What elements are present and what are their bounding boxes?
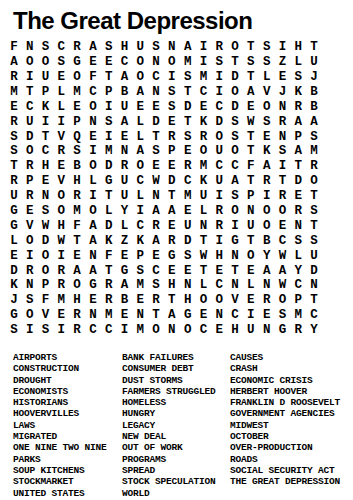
grid-cell: I	[117, 323, 133, 338]
grid-cell: F	[38, 293, 54, 308]
grid-cell: E	[117, 129, 133, 144]
grid-cell: E	[69, 100, 85, 115]
grid-cell: W	[243, 114, 259, 129]
word-list-item: PROGRAMS	[122, 454, 230, 465]
grid-cell: I	[101, 100, 117, 115]
grid-cell: P	[69, 114, 85, 129]
grid-cell: E	[164, 219, 180, 234]
grid-cell: M	[180, 189, 196, 204]
grid-cell: N	[259, 323, 275, 338]
word-list-item: NEW DEAL	[122, 431, 230, 442]
grid-cell: D	[148, 114, 164, 129]
grid-cell: L	[53, 85, 69, 100]
grid-cell: R	[101, 293, 117, 308]
grid-cell: T	[101, 189, 117, 204]
grid-cell: S	[243, 55, 259, 70]
grid-cell: H	[290, 40, 306, 55]
grid-cell: I	[85, 189, 101, 204]
grid-cell: M	[290, 308, 306, 323]
grid-cell: E	[243, 100, 259, 115]
grid-cell: O	[259, 219, 275, 234]
word-list-item: MIDWEST	[230, 420, 340, 431]
grid-cell: D	[6, 263, 22, 278]
grid-cell: E	[290, 189, 306, 204]
grid-cell: T	[243, 40, 259, 55]
grid-cell: S	[275, 144, 291, 159]
grid-cell: N	[22, 278, 38, 293]
grid-cell: O	[38, 248, 54, 263]
word-list-item: HUNGRY	[122, 408, 230, 419]
grid-cell: H	[69, 174, 85, 189]
grid-cell: R	[22, 159, 38, 174]
grid-cell: Z	[275, 55, 291, 70]
grid-cell: G	[227, 234, 243, 249]
grid-cell: D	[22, 129, 38, 144]
grid-cell: L	[259, 70, 275, 85]
grid-cell: I	[259, 189, 275, 204]
grid-cell: E	[53, 70, 69, 85]
grid-cell: U	[117, 189, 133, 204]
grid-cell: I	[211, 234, 227, 249]
grid-cell: I	[53, 248, 69, 263]
grid-cell: R	[164, 234, 180, 249]
grid-cell: T	[227, 55, 243, 70]
grid-cell: N	[85, 248, 101, 263]
grid-cell: D	[227, 100, 243, 115]
grid-cell: S	[306, 234, 322, 249]
grid-cell: T	[101, 263, 117, 278]
word-list-item: FARMERS STRUGGLED	[122, 386, 230, 397]
grid-cell: D	[101, 159, 117, 174]
grid-cell: V	[259, 85, 275, 100]
grid-cell: T	[22, 85, 38, 100]
grid-cell: L	[290, 248, 306, 263]
grid-cell: J	[306, 70, 322, 85]
grid-cell: R	[69, 189, 85, 204]
grid-cell: B	[306, 100, 322, 115]
word-list-item: SOUP KITCHENS	[13, 465, 122, 476]
grid-cell: U	[211, 144, 227, 159]
grid-cell: T	[275, 174, 291, 189]
grid-cell: U	[22, 114, 38, 129]
grid-cell: M	[180, 55, 196, 70]
grid-cell: S	[227, 189, 243, 204]
grid-cell: O	[38, 55, 54, 70]
grid-cell: O	[243, 248, 259, 263]
grid-cell: L	[6, 234, 22, 249]
grid-cell: N	[164, 323, 180, 338]
grid-cell: A	[85, 234, 101, 249]
grid-cell: N	[243, 204, 259, 219]
grid-cell: C	[306, 308, 322, 323]
grid-cell: E	[22, 204, 38, 219]
grid-cell: K	[101, 234, 117, 249]
grid-cell: M	[196, 70, 212, 85]
grid-cell: R	[69, 308, 85, 323]
word-list-item: STOCK SPECULATION	[122, 476, 230, 487]
grid-cell: F	[69, 219, 85, 234]
word-list-item: LEGACY	[122, 420, 230, 431]
grid-cell: B	[117, 293, 133, 308]
grid-cell: R	[53, 263, 69, 278]
grid-cell: M	[101, 144, 117, 159]
grid-cell: Q	[69, 129, 85, 144]
grid-cell: I	[275, 159, 291, 174]
word-list-item: LAWS	[13, 420, 122, 431]
grid-cell: G	[101, 174, 117, 189]
grid-cell: O	[196, 293, 212, 308]
grid-cell: A	[306, 114, 322, 129]
word-list-item: OVER-PRODUCTION	[230, 442, 340, 453]
grid-cell: T	[148, 129, 164, 144]
grid-cell: T	[243, 70, 259, 85]
grid-cell: E	[101, 55, 117, 70]
grid-cell: E	[164, 114, 180, 129]
grid-cell: I	[22, 323, 38, 338]
grid-cell: C	[22, 100, 38, 115]
grid-cell: R	[101, 278, 117, 293]
grid-cell: O	[306, 174, 322, 189]
grid-cell: R	[148, 219, 164, 234]
grid-cell: S	[148, 278, 164, 293]
grid-cell: T	[164, 293, 180, 308]
grid-cell: G	[6, 219, 22, 234]
grid-cell: E	[243, 293, 259, 308]
grid-cell: C	[180, 174, 196, 189]
word-list-item: BANK FAILURES	[122, 352, 230, 363]
grid-cell: I	[101, 129, 117, 144]
grid-cell: N	[164, 40, 180, 55]
grid-cell: C	[85, 323, 101, 338]
grid-cell: F	[6, 40, 22, 55]
word-list-item: WORLD	[122, 488, 230, 499]
word-list-item: CONSUMER DEBT	[122, 363, 230, 374]
grid-cell: O	[22, 144, 38, 159]
grid-cell: S	[53, 55, 69, 70]
grid-cell: S	[101, 40, 117, 55]
grid-cell: U	[243, 323, 259, 338]
grid-cell: S	[227, 114, 243, 129]
grid-cell: R	[275, 114, 291, 129]
grid-cell: M	[6, 85, 22, 100]
grid-cell: E	[53, 308, 69, 323]
grid-cell: R	[6, 70, 22, 85]
grid-cell: M	[132, 278, 148, 293]
grid-cell: P	[101, 85, 117, 100]
word-list-item: THE GREAT DEPRESSION	[230, 476, 340, 487]
grid-cell: C	[85, 85, 101, 100]
grid-cell: A	[148, 204, 164, 219]
grid-cell: K	[38, 100, 54, 115]
grid-cell: O	[22, 308, 38, 323]
grid-cell: S	[6, 129, 22, 144]
grid-cell: A	[243, 85, 259, 100]
grid-cell: J	[6, 293, 22, 308]
grid-cell: E	[85, 293, 101, 308]
grid-cell: S	[259, 40, 275, 55]
grid-cell: I	[275, 40, 291, 55]
grid-cell: W	[275, 278, 291, 293]
grid-cell: T	[196, 263, 212, 278]
grid-cell: S	[22, 293, 38, 308]
grid-cell: S	[38, 204, 54, 219]
grid-cell: F	[101, 248, 117, 263]
grid-cell: Y	[259, 248, 275, 263]
grid-cell: R	[69, 40, 85, 55]
grid-cell: S	[6, 323, 22, 338]
grid-cell: E	[38, 174, 54, 189]
grid-cell: C	[38, 144, 54, 159]
grid-cell: H	[180, 293, 196, 308]
grid-cell: D	[306, 263, 322, 278]
grid-cell: W	[53, 234, 69, 249]
grid-cell: O	[148, 323, 164, 338]
grid-cell: C	[148, 70, 164, 85]
grid-cell: A	[259, 159, 275, 174]
grid-cell: T	[101, 70, 117, 85]
grid-cell: I	[53, 114, 69, 129]
grid-cell: S	[259, 55, 275, 70]
grid-cell: E	[6, 248, 22, 263]
grid-cell: C	[117, 55, 133, 70]
grid-cell: L	[196, 278, 212, 293]
grid-cell: A	[85, 40, 101, 55]
grid-cell: H	[117, 40, 133, 55]
word-list-item: CONSTRUCTION	[13, 363, 122, 374]
grid-cell: E	[164, 159, 180, 174]
grid-cell: P	[22, 174, 38, 189]
grid-cell: R	[290, 204, 306, 219]
grid-cell: T	[306, 189, 322, 204]
grid-cell: S	[275, 308, 291, 323]
word-list-item: HERBERT HOOVER	[230, 386, 340, 397]
word-list-item: DROUGHT	[13, 375, 122, 386]
grid-cell: R	[164, 129, 180, 144]
grid-cell: N	[275, 129, 291, 144]
grid-cell: O	[85, 100, 101, 115]
grid-cell: N	[196, 219, 212, 234]
grid-cell: E	[164, 263, 180, 278]
word-list-item: UNITED STATES	[13, 488, 122, 499]
grid-cell: A	[275, 263, 291, 278]
grid-cell: V	[22, 219, 38, 234]
grid-cell: S	[148, 40, 164, 55]
grid-cell: U	[243, 219, 259, 234]
grid-cell: Y	[117, 204, 133, 219]
grid-cell: O	[180, 323, 196, 338]
grid-cell: R	[180, 159, 196, 174]
grid-cell: I	[211, 189, 227, 204]
grid-cell: A	[85, 263, 101, 278]
grid-cell: I	[164, 70, 180, 85]
grid-cell: E	[180, 263, 196, 278]
word-list-item: HOOVERVILLES	[13, 408, 122, 419]
grid-cell: B	[69, 159, 85, 174]
grid-cell: A	[6, 55, 22, 70]
grid-cell: C	[132, 219, 148, 234]
grid-cell: L	[290, 55, 306, 70]
grid-cell: U	[38, 70, 54, 85]
word-list-item: STOCKMARKET	[13, 476, 122, 487]
grid-cell: S	[164, 85, 180, 100]
grid-cell: R	[259, 293, 275, 308]
grid-cell: E	[275, 70, 291, 85]
grid-cell: S	[180, 129, 196, 144]
grid-cell: I	[243, 308, 259, 323]
grid-cell: E	[148, 159, 164, 174]
grid-cell: O	[211, 293, 227, 308]
grid-cell: P	[290, 293, 306, 308]
grid-cell: H	[69, 293, 85, 308]
grid-cell: M	[132, 323, 148, 338]
word-list-item: PARKS	[13, 454, 122, 465]
grid-cell: O	[227, 144, 243, 159]
grid-cell: S	[290, 234, 306, 249]
grid-cell: R	[6, 114, 22, 129]
grid-cell: M	[69, 204, 85, 219]
grid-cell: O	[227, 85, 243, 100]
grid-cell: H	[53, 219, 69, 234]
grid-cell: T	[38, 129, 54, 144]
grid-cell: O	[227, 40, 243, 55]
grid-cell: N	[132, 308, 148, 323]
grid-cell: T	[306, 219, 322, 234]
word-list-item: HOMELESS	[122, 397, 230, 408]
grid-cell: T	[180, 85, 196, 100]
grid-cell: E	[117, 248, 133, 263]
grid-cell: K	[132, 234, 148, 249]
grid-cell: I	[211, 85, 227, 100]
grid-cell: Y	[306, 323, 322, 338]
grid-cell: A	[69, 263, 85, 278]
grid-cell: F	[85, 70, 101, 85]
word-list-item: GOVERNMENT AGENCIES	[230, 408, 340, 419]
grid-cell: U	[306, 55, 322, 70]
grid-cell: M	[69, 85, 85, 100]
word-list-item: AIRPORTS	[13, 352, 122, 363]
grid-cell: T	[306, 40, 322, 55]
grid-cell: S	[101, 114, 117, 129]
grid-cell: I	[85, 144, 101, 159]
word-list-item: MIGRATED	[13, 431, 122, 442]
word-list-item: ECONOMISTS	[13, 386, 122, 397]
grid-cell: I	[227, 219, 243, 234]
grid-cell: P	[243, 189, 259, 204]
grid-cell: V	[38, 308, 54, 323]
grid-cell: E	[117, 308, 133, 323]
grid-cell: S	[180, 248, 196, 263]
grid-cell: F	[243, 159, 259, 174]
grid-cell: E	[85, 55, 101, 70]
grid-cell: L	[132, 129, 148, 144]
grid-cell: R	[6, 174, 22, 189]
grid-cell: T	[196, 234, 212, 249]
grid-cell: N	[306, 278, 322, 293]
grid-cell: L	[132, 189, 148, 204]
grid-cell: R	[53, 278, 69, 293]
grid-cell: H	[227, 323, 243, 338]
grid-cell: N	[180, 278, 196, 293]
grid-cell: P	[290, 129, 306, 144]
grid-cell: A	[117, 70, 133, 85]
grid-cell: A	[132, 85, 148, 100]
grid-cell: S	[6, 144, 22, 159]
grid-cell: B	[117, 85, 133, 100]
puzzle-title: The Great Depression	[13, 7, 252, 35]
grid-cell: T	[148, 308, 164, 323]
grid-cell: D	[38, 234, 54, 249]
grid-cell: U	[211, 174, 227, 189]
grid-cell: E	[148, 248, 164, 263]
grid-cell: T	[164, 189, 180, 204]
grid-cell: P	[164, 144, 180, 159]
grid-cell: E	[275, 219, 291, 234]
grid-cell: O	[259, 204, 275, 219]
grid-cell: U	[180, 219, 196, 234]
grid-cell: T	[227, 263, 243, 278]
grid-cell: S	[306, 129, 322, 144]
grid-cell: E	[180, 144, 196, 159]
grid-cell: O	[259, 100, 275, 115]
grid-cell: E	[180, 204, 196, 219]
grid-cell: A	[148, 234, 164, 249]
grid-cell: T	[69, 234, 85, 249]
grid-cell: N	[38, 189, 54, 204]
grid-cell: U	[196, 189, 212, 204]
grid-cell: G	[6, 204, 22, 219]
grid-cell: R	[53, 144, 69, 159]
grid-cell: R	[196, 129, 212, 144]
grid-cell: O	[69, 278, 85, 293]
grid-cell: O	[85, 159, 101, 174]
word-list-item: SOCIAL SECURITY ACT	[230, 465, 340, 476]
grid-cell: G	[85, 278, 101, 293]
grid-cell: A	[132, 144, 148, 159]
grid-cell: T	[180, 114, 196, 129]
grid-cell: L	[101, 204, 117, 219]
grid-cell: S	[132, 263, 148, 278]
grid-cell: T	[243, 129, 259, 144]
grid-cell: O	[22, 234, 38, 249]
grid-cell: D	[164, 174, 180, 189]
grid-cell: D	[211, 114, 227, 129]
grid-cell: B	[259, 234, 275, 249]
grid-cell: I	[196, 40, 212, 55]
grid-cell: O	[85, 204, 101, 219]
grid-cell: V	[227, 293, 243, 308]
grid-cell: M	[306, 144, 322, 159]
grid-cell: C	[211, 100, 227, 115]
word-list: AIRPORTSCONSTRUCTIONDROUGHTECONOMISTSHIS…	[13, 352, 340, 499]
grid-cell: R	[148, 293, 164, 308]
grid-cell: O	[227, 204, 243, 219]
grid-cell: N	[148, 85, 164, 100]
grid-cell: O	[132, 70, 148, 85]
word-list-item: HISTORIANS	[13, 397, 122, 408]
word-list-column: BANK FAILURESCONSUMER DEBTDUST STORMSFAR…	[122, 352, 230, 499]
grid-cell: C	[101, 323, 117, 338]
grid-cell: E	[211, 323, 227, 338]
grid-cell: M	[53, 293, 69, 308]
word-list-item: ONE NINE TWO NINE	[13, 442, 122, 453]
grid-cell: N	[211, 308, 227, 323]
grid-cell: A	[164, 308, 180, 323]
grid-cell: O	[22, 55, 38, 70]
grid-cell: R	[290, 323, 306, 338]
grid-cell: C	[211, 159, 227, 174]
grid-cell: N	[290, 219, 306, 234]
grid-cell: R	[22, 189, 38, 204]
